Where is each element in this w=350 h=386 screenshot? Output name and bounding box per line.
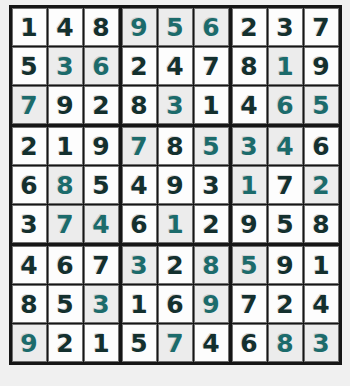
cell-r7c5[interactable]: 2 [159, 247, 192, 283]
cell-r1c2[interactable]: 4 [49, 9, 82, 45]
cell-r7c4[interactable]: 3 [123, 247, 156, 283]
cell-r8c5[interactable]: 6 [159, 286, 192, 322]
cell-r8c3[interactable]: 3 [85, 286, 118, 322]
box-1: 148536792 [13, 9, 118, 123]
sudoku-page: 1485367929562478312378194652196853747854… [0, 0, 350, 386]
cell-r4c9[interactable]: 6 [305, 128, 338, 164]
cell-r7c8[interactable]: 9 [269, 247, 302, 283]
cell-r2c3[interactable]: 6 [85, 48, 118, 84]
cell-r9c2[interactable]: 2 [49, 325, 82, 361]
sudoku-board: 1485367929562478312378194652196853747854… [9, 5, 342, 365]
cell-r1c1[interactable]: 1 [13, 9, 46, 45]
box-5: 785493612 [123, 128, 228, 242]
cell-r9c6[interactable]: 4 [195, 325, 228, 361]
box-2: 956247831 [123, 9, 228, 123]
cell-r8c6[interactable]: 9 [195, 286, 228, 322]
cell-r6c2[interactable]: 7 [49, 206, 82, 242]
cell-r3c2[interactable]: 9 [49, 87, 82, 123]
cell-r4c6[interactable]: 5 [195, 128, 228, 164]
cell-r2c8[interactable]: 1 [269, 48, 302, 84]
box-3: 237819465 [233, 9, 338, 123]
cell-r1c5[interactable]: 5 [159, 9, 192, 45]
cell-r5c8[interactable]: 7 [269, 167, 302, 203]
cell-r8c2[interactable]: 5 [49, 286, 82, 322]
cell-r3c8[interactable]: 6 [269, 87, 302, 123]
cell-r4c3[interactable]: 9 [85, 128, 118, 164]
box-4: 219685374 [13, 128, 118, 242]
cell-r2c7[interactable]: 8 [233, 48, 266, 84]
cell-r1c3[interactable]: 8 [85, 9, 118, 45]
cell-r3c5[interactable]: 3 [159, 87, 192, 123]
cell-r7c9[interactable]: 1 [305, 247, 338, 283]
cell-r6c1[interactable]: 3 [13, 206, 46, 242]
cell-r3c1[interactable]: 7 [13, 87, 46, 123]
cell-r9c9[interactable]: 3 [305, 325, 338, 361]
box-9: 591724683 [233, 247, 338, 361]
cell-r5c1[interactable]: 6 [13, 167, 46, 203]
cell-r6c8[interactable]: 5 [269, 206, 302, 242]
cell-r4c7[interactable]: 3 [233, 128, 266, 164]
box-7: 467853921 [13, 247, 118, 361]
cell-r2c9[interactable]: 9 [305, 48, 338, 84]
cell-r7c1[interactable]: 4 [13, 247, 46, 283]
cell-r4c5[interactable]: 8 [159, 128, 192, 164]
cell-r2c5[interactable]: 4 [159, 48, 192, 84]
cell-r9c7[interactable]: 6 [233, 325, 266, 361]
cell-r4c2[interactable]: 1 [49, 128, 82, 164]
cell-r9c5[interactable]: 7 [159, 325, 192, 361]
cell-r2c2[interactable]: 3 [49, 48, 82, 84]
cell-r5c2[interactable]: 8 [49, 167, 82, 203]
cell-r6c3[interactable]: 4 [85, 206, 118, 242]
cell-r3c4[interactable]: 8 [123, 87, 156, 123]
cell-r8c8[interactable]: 2 [269, 286, 302, 322]
cell-r6c9[interactable]: 8 [305, 206, 338, 242]
cell-r1c9[interactable]: 7 [305, 9, 338, 45]
cell-r7c3[interactable]: 7 [85, 247, 118, 283]
cell-r1c8[interactable]: 3 [269, 9, 302, 45]
cell-r9c4[interactable]: 5 [123, 325, 156, 361]
cell-r5c3[interactable]: 5 [85, 167, 118, 203]
cell-r1c4[interactable]: 9 [123, 9, 156, 45]
cell-r9c1[interactable]: 9 [13, 325, 46, 361]
cell-r5c6[interactable]: 3 [195, 167, 228, 203]
cell-r7c6[interactable]: 8 [195, 247, 228, 283]
cell-r6c6[interactable]: 2 [195, 206, 228, 242]
cell-r4c1[interactable]: 2 [13, 128, 46, 164]
cell-r6c4[interactable]: 6 [123, 206, 156, 242]
cell-r7c7[interactable]: 5 [233, 247, 266, 283]
box-8: 328169574 [123, 247, 228, 361]
cell-r2c4[interactable]: 2 [123, 48, 156, 84]
cell-r4c8[interactable]: 4 [269, 128, 302, 164]
cell-r6c7[interactable]: 9 [233, 206, 266, 242]
cell-r1c6[interactable]: 6 [195, 9, 228, 45]
cell-r3c7[interactable]: 4 [233, 87, 266, 123]
cell-r8c9[interactable]: 4 [305, 286, 338, 322]
cell-r3c9[interactable]: 5 [305, 87, 338, 123]
cell-r7c2[interactable]: 6 [49, 247, 82, 283]
cell-r4c4[interactable]: 7 [123, 128, 156, 164]
box-6: 346172958 [233, 128, 338, 242]
cell-r2c6[interactable]: 7 [195, 48, 228, 84]
cell-r8c7[interactable]: 7 [233, 286, 266, 322]
cell-r3c3[interactable]: 2 [85, 87, 118, 123]
cell-r8c4[interactable]: 1 [123, 286, 156, 322]
cell-r1c7[interactable]: 2 [233, 9, 266, 45]
cell-r9c3[interactable]: 1 [85, 325, 118, 361]
cell-r3c6[interactable]: 1 [195, 87, 228, 123]
cell-r5c7[interactable]: 1 [233, 167, 266, 203]
cell-r8c1[interactable]: 8 [13, 286, 46, 322]
cell-r9c8[interactable]: 8 [269, 325, 302, 361]
cell-r5c5[interactable]: 9 [159, 167, 192, 203]
cell-r5c9[interactable]: 2 [305, 167, 338, 203]
cell-r2c1[interactable]: 5 [13, 48, 46, 84]
cell-r6c5[interactable]: 1 [159, 206, 192, 242]
cell-r5c4[interactable]: 4 [123, 167, 156, 203]
